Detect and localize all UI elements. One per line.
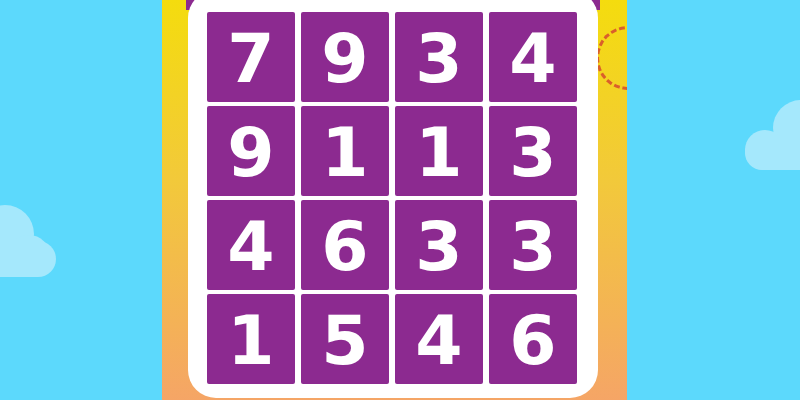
board-card: 7934911346331546 [188,0,598,398]
tile-r4c4[interactable]: 6 [489,294,577,384]
tile-r1c3[interactable]: 3 [395,12,483,102]
tile-r4c2[interactable]: 5 [301,294,389,384]
tile-r2c2[interactable]: 1 [301,106,389,196]
tile-r1c4[interactable]: 4 [489,12,577,102]
game-panel: 7934911346331546 [162,0,627,400]
tile-r4c3[interactable]: 4 [395,294,483,384]
tile-r1c2[interactable]: 9 [301,12,389,102]
tile-r2c1[interactable]: 9 [207,106,295,196]
cloud-right [745,100,800,170]
game-screen: { "game": "number-tile grid (4x4 kids ma… [0,0,800,400]
tile-r3c3[interactable]: 3 [395,200,483,290]
tile-r3c2[interactable]: 6 [301,200,389,290]
number-grid: 7934911346331546 [207,12,598,384]
tile-r2c4[interactable]: 3 [489,106,577,196]
tile-r1c1[interactable]: 7 [207,12,295,102]
dashed-arc-decoration [596,26,627,90]
cloud-left [0,205,60,277]
cloud-base [745,136,800,170]
cloud-base [0,241,56,277]
tile-r3c1[interactable]: 4 [207,200,295,290]
tile-r4c1[interactable]: 1 [207,294,295,384]
tile-r2c3[interactable]: 1 [395,106,483,196]
tile-r3c4[interactable]: 3 [489,200,577,290]
